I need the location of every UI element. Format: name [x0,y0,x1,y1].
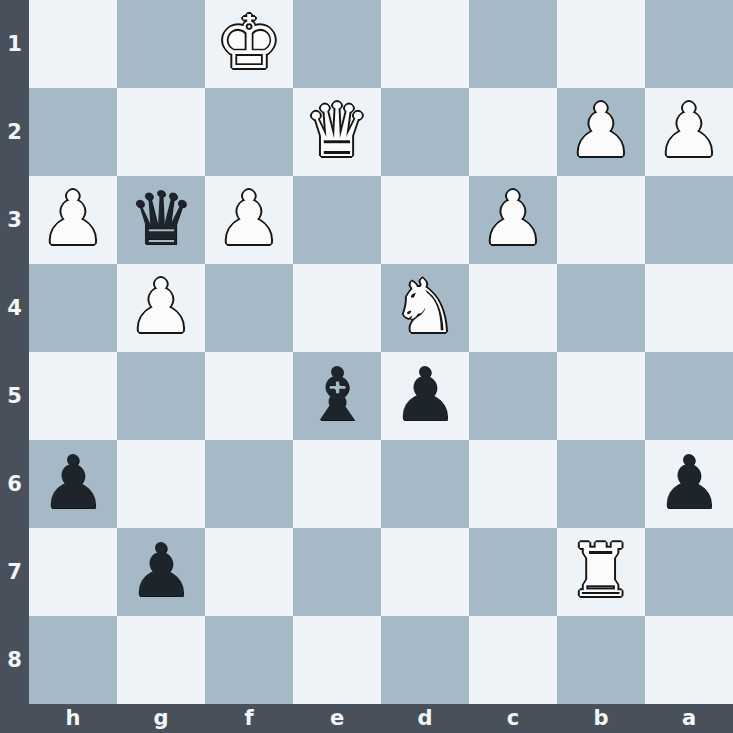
white-pawn[interactable]: ♟ [480,181,546,255]
square-h5[interactable] [29,352,117,440]
square-f6[interactable] [205,440,293,528]
square-d8[interactable] [381,616,469,704]
file-label-a: a [645,704,733,733]
file-label-g: g [117,704,205,733]
square-b2[interactable]: ♟ [557,88,645,176]
rank-label-5: 5 [0,352,29,440]
square-d1[interactable] [381,0,469,88]
white-rook[interactable]: ♜ [568,533,634,607]
board-frame-corner [0,704,29,733]
square-b5[interactable] [557,352,645,440]
square-f1[interactable]: ♚ [205,0,293,88]
square-g3[interactable]: ♛ [117,176,205,264]
file-label-f: f [205,704,293,733]
square-a2[interactable]: ♟ [645,88,733,176]
square-h7[interactable] [29,528,117,616]
square-f2[interactable] [205,88,293,176]
square-g7[interactable]: ♟ [117,528,205,616]
square-e1[interactable] [293,0,381,88]
square-d3[interactable] [381,176,469,264]
square-h2[interactable] [29,88,117,176]
rank-label-1: 1 [0,0,29,88]
square-e3[interactable] [293,176,381,264]
square-d7[interactable] [381,528,469,616]
square-h8[interactable] [29,616,117,704]
square-a6[interactable]: ♟ [645,440,733,528]
file-label-h: h [29,704,117,733]
file-label-e: e [293,704,381,733]
black-pawn[interactable]: ♟ [392,357,458,431]
square-h3[interactable]: ♟ [29,176,117,264]
square-a7[interactable] [645,528,733,616]
rank-label-3: 3 [0,176,29,264]
square-h6[interactable]: ♟ [29,440,117,528]
white-pawn[interactable]: ♟ [216,181,282,255]
square-d4[interactable]: ♞ [381,264,469,352]
square-h1[interactable] [29,0,117,88]
square-b4[interactable] [557,264,645,352]
square-a3[interactable] [645,176,733,264]
square-g1[interactable] [117,0,205,88]
rank-label-8: 8 [0,616,29,704]
square-f4[interactable] [205,264,293,352]
square-a1[interactable] [645,0,733,88]
square-c4[interactable] [469,264,557,352]
black-bishop[interactable]: ♝ [304,357,370,431]
white-pawn[interactable]: ♟ [656,93,722,167]
square-e4[interactable] [293,264,381,352]
white-pawn[interactable]: ♟ [568,93,634,167]
square-e6[interactable] [293,440,381,528]
square-a5[interactable] [645,352,733,440]
square-a8[interactable] [645,616,733,704]
square-g4[interactable]: ♟ [117,264,205,352]
square-e7[interactable] [293,528,381,616]
rank-label-4: 4 [0,264,29,352]
square-e8[interactable] [293,616,381,704]
rank-label-2: 2 [0,88,29,176]
file-label-b: b [557,704,645,733]
square-c6[interactable] [469,440,557,528]
white-king[interactable]: ♚ [216,5,282,79]
square-f8[interactable] [205,616,293,704]
white-queen[interactable]: ♛ [304,93,370,167]
square-d6[interactable] [381,440,469,528]
square-b3[interactable] [557,176,645,264]
square-g2[interactable] [117,88,205,176]
black-queen[interactable]: ♛ [128,181,194,255]
file-label-d: d [381,704,469,733]
square-h4[interactable] [29,264,117,352]
square-d2[interactable] [381,88,469,176]
square-g8[interactable] [117,616,205,704]
white-pawn[interactable]: ♟ [128,269,194,343]
square-e5[interactable]: ♝ [293,352,381,440]
black-pawn[interactable]: ♟ [128,533,194,607]
square-c1[interactable] [469,0,557,88]
file-label-c: c [469,704,557,733]
black-pawn[interactable]: ♟ [40,445,106,519]
square-f3[interactable]: ♟ [205,176,293,264]
square-d5[interactable]: ♟ [381,352,469,440]
rank-label-7: 7 [0,528,29,616]
square-e2[interactable]: ♛ [293,88,381,176]
square-c2[interactable] [469,88,557,176]
square-b1[interactable] [557,0,645,88]
white-knight[interactable]: ♞ [392,269,458,343]
square-b7[interactable]: ♜ [557,528,645,616]
black-pawn[interactable]: ♟ [656,445,722,519]
square-c7[interactable] [469,528,557,616]
square-b6[interactable] [557,440,645,528]
square-c5[interactable] [469,352,557,440]
square-b8[interactable] [557,616,645,704]
rank-label-6: 6 [0,440,29,528]
square-c3[interactable]: ♟ [469,176,557,264]
white-pawn[interactable]: ♟ [40,181,106,255]
square-a4[interactable] [645,264,733,352]
square-f5[interactable] [205,352,293,440]
square-c8[interactable] [469,616,557,704]
chess-board: 1♚2♛♟♟3♟♛♟♟4♟♞5♝♟6♟♟7♟♜8hgfedcba [0,0,733,733]
square-g5[interactable] [117,352,205,440]
square-f7[interactable] [205,528,293,616]
square-g6[interactable] [117,440,205,528]
